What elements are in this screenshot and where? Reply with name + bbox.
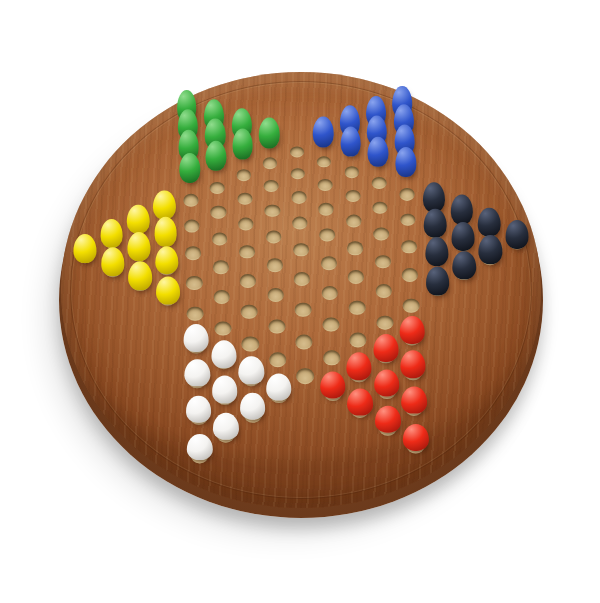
hole-r7-c6[interactable] <box>265 204 280 217</box>
hole-r9-c8[interactable] <box>317 156 331 167</box>
peg-red[interactable] <box>400 316 425 344</box>
product-photo <box>0 0 600 603</box>
hole-r9-c5[interactable] <box>320 229 336 242</box>
hole-r10-c6[interactable] <box>346 215 361 228</box>
hole-r6-c7[interactable] <box>237 193 252 205</box>
hole-r11-c6[interactable] <box>374 227 390 240</box>
peg-yellow[interactable] <box>154 217 177 246</box>
peg-black[interactable] <box>478 207 501 236</box>
peg-white[interactable] <box>184 324 209 352</box>
hole-r7-c8[interactable] <box>263 157 277 169</box>
peg-white[interactable] <box>186 395 212 422</box>
peg-black[interactable] <box>505 220 528 249</box>
hole-r10-c4[interactable] <box>348 270 364 284</box>
hole-r5-c7[interactable] <box>211 206 226 219</box>
hole-r11-c4[interactable] <box>375 284 392 298</box>
peg-blue[interactable] <box>313 116 334 147</box>
hole-r5-c4[interactable] <box>213 290 230 304</box>
hole-r6-c3[interactable] <box>241 304 258 319</box>
hole-r11-c3[interactable] <box>376 315 393 330</box>
hole-r11-c7[interactable] <box>373 201 388 214</box>
peg-yellow[interactable] <box>101 248 124 277</box>
hole-r5-c6[interactable] <box>212 232 228 245</box>
peg-red[interactable] <box>374 369 400 396</box>
hole-r10-c2[interactable] <box>350 333 367 348</box>
peg-black[interactable] <box>451 195 473 225</box>
peg-white[interactable] <box>212 376 238 403</box>
hole-r9-c4[interactable] <box>320 257 336 271</box>
peg-white[interactable] <box>185 359 210 387</box>
peg-red[interactable] <box>373 334 398 362</box>
peg-black[interactable] <box>479 235 502 264</box>
peg-red[interactable] <box>347 352 372 380</box>
peg-black[interactable] <box>424 209 447 238</box>
hole-r12-c8[interactable] <box>399 188 414 200</box>
hole-r8-c7[interactable] <box>290 168 305 180</box>
peg-blue[interactable] <box>340 126 361 157</box>
peg-yellow[interactable] <box>153 190 175 220</box>
peg-green[interactable] <box>206 140 227 171</box>
peg-yellow[interactable] <box>74 234 97 263</box>
hole-r12-c7[interactable] <box>400 213 415 226</box>
peg-green[interactable] <box>179 152 200 182</box>
peg-black[interactable] <box>423 182 445 212</box>
hole-r7-c2[interactable] <box>268 319 285 334</box>
peg-white[interactable] <box>266 374 292 401</box>
hole-r8-c4[interactable] <box>293 243 309 256</box>
hole-r8-c1[interactable] <box>296 335 313 350</box>
peg-red[interactable] <box>320 371 346 398</box>
hole-r11-c5[interactable] <box>375 255 391 269</box>
peg-yellow[interactable] <box>127 204 150 233</box>
hole-r12-c5[interactable] <box>402 268 418 282</box>
hole-r9-c3[interactable] <box>321 286 338 300</box>
peg-white[interactable] <box>240 393 266 420</box>
peg-white[interactable] <box>186 434 212 461</box>
hole-r12-c6[interactable] <box>401 240 417 253</box>
hole-r10-c8[interactable] <box>344 166 358 178</box>
peg-red[interactable] <box>402 386 428 413</box>
hole-r9-c1[interactable] <box>323 350 341 365</box>
peg-yellow[interactable] <box>100 219 123 248</box>
hole-r8-c6[interactable] <box>291 191 306 203</box>
hole-r11-c8[interactable] <box>372 177 387 189</box>
peg-white[interactable] <box>239 357 264 385</box>
hole-r6-c4[interactable] <box>240 274 256 288</box>
peg-yellow[interactable] <box>128 262 152 291</box>
hole-r9-c6[interactable] <box>319 203 334 216</box>
hole-r8-c8[interactable] <box>290 146 304 157</box>
hole-r5-c5[interactable] <box>213 260 229 274</box>
peg-black[interactable] <box>426 267 450 296</box>
hole-r9-c2[interactable] <box>322 317 339 332</box>
hole-r5-c8[interactable] <box>210 182 225 194</box>
hole-r12-c4[interactable] <box>403 299 420 313</box>
hole-r7-c7[interactable] <box>264 180 279 192</box>
hole-r8-c2[interactable] <box>295 302 312 317</box>
hole-r10-c5[interactable] <box>347 242 363 255</box>
hole-r8-c0[interactable] <box>297 368 315 384</box>
peg-yellow[interactable] <box>155 246 178 275</box>
hole-r10-c3[interactable] <box>349 300 366 314</box>
peg-white[interactable] <box>213 413 239 440</box>
hole-r7-c5[interactable] <box>266 230 282 243</box>
hole-r6-c8[interactable] <box>237 169 252 181</box>
hole-r6-c5[interactable] <box>239 245 255 258</box>
hole-r4-c6[interactable] <box>185 247 201 260</box>
peg-yellow[interactable] <box>128 232 151 261</box>
hole-r6-c2[interactable] <box>242 337 259 352</box>
peg-black[interactable] <box>425 237 448 266</box>
peg-black[interactable] <box>452 251 476 280</box>
hole-r8-c5[interactable] <box>292 216 307 229</box>
hole-r9-c7[interactable] <box>318 179 333 191</box>
peg-black[interactable] <box>451 222 474 251</box>
hole-r8-c3[interactable] <box>294 272 310 286</box>
peg-green[interactable] <box>232 129 253 160</box>
hole-r7-c4[interactable] <box>267 258 283 272</box>
peg-blue[interactable] <box>395 147 416 177</box>
peg-yellow[interactable] <box>156 276 180 305</box>
peg-green[interactable] <box>259 117 280 148</box>
peg-white[interactable] <box>211 340 236 368</box>
peg-red[interactable] <box>347 389 373 416</box>
hole-r4-c8[interactable] <box>183 194 198 206</box>
hole-r7-c1[interactable] <box>269 352 287 367</box>
board-holes-and-pegs-layer <box>0 0 600 603</box>
peg-red[interactable] <box>375 406 401 433</box>
hole-r7-c3[interactable] <box>267 288 284 302</box>
hole-r4-c7[interactable] <box>184 220 199 233</box>
hole-r5-c3[interactable] <box>214 321 231 336</box>
hole-r10-c7[interactable] <box>345 190 360 202</box>
hole-r4-c4[interactable] <box>187 306 204 321</box>
hole-r6-c6[interactable] <box>238 218 253 231</box>
peg-red[interactable] <box>402 424 428 451</box>
peg-blue[interactable] <box>368 136 389 167</box>
peg-red[interactable] <box>401 350 426 378</box>
hole-r4-c5[interactable] <box>186 276 202 290</box>
